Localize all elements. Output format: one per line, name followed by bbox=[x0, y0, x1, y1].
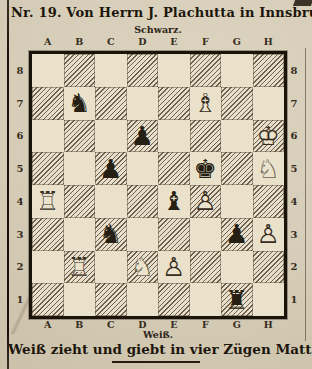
coord-label: A bbox=[32, 36, 64, 48]
printed-page: Nr. 19. Von Herrn J. Plachutta in Innsbr… bbox=[0, 0, 312, 369]
black-side-label: Schwarz. bbox=[30, 24, 286, 35]
square-h4 bbox=[253, 185, 285, 218]
stipulation-caption: Weiß zieht und giebt in vier Zügen Matt. bbox=[8, 341, 312, 357]
square-e4: ♝ bbox=[158, 185, 190, 218]
square-a8 bbox=[32, 54, 64, 87]
square-h7 bbox=[253, 87, 285, 120]
square-a7 bbox=[32, 87, 64, 120]
square-c5: ♟ bbox=[95, 152, 127, 185]
square-e8 bbox=[158, 54, 190, 87]
coord-label: E bbox=[158, 36, 190, 48]
white-side-label: Weiß. bbox=[30, 329, 286, 340]
coord-label: H bbox=[253, 36, 285, 48]
square-a3 bbox=[32, 218, 64, 251]
square-e2: ♟♙ bbox=[158, 251, 190, 284]
square-c8 bbox=[95, 54, 127, 87]
square-b7: ♞ bbox=[64, 87, 96, 120]
square-e7 bbox=[158, 87, 190, 120]
square-c7 bbox=[95, 87, 127, 120]
square-b6 bbox=[64, 120, 96, 153]
square-h5: ♞♘ bbox=[253, 152, 285, 185]
square-e5 bbox=[158, 152, 190, 185]
coord-label: 5 bbox=[14, 152, 26, 185]
square-a5 bbox=[32, 152, 64, 185]
square-f5: ♚ bbox=[190, 152, 222, 185]
square-f8 bbox=[190, 54, 222, 87]
square-d4 bbox=[127, 185, 159, 218]
coord-label: 4 bbox=[14, 185, 26, 218]
square-f7: ♝♗ bbox=[190, 87, 222, 120]
square-g2 bbox=[221, 251, 253, 284]
coord-label: 1 bbox=[288, 283, 300, 316]
coord-label: 7 bbox=[14, 87, 26, 120]
square-d1 bbox=[127, 283, 159, 316]
coord-label: 8 bbox=[288, 54, 300, 87]
piece-black-pawn: ♟ bbox=[99, 156, 122, 182]
coord-label: 7 bbox=[288, 87, 300, 120]
page-column-rule-left bbox=[7, 0, 9, 369]
square-b1 bbox=[64, 283, 96, 316]
square-d7 bbox=[127, 87, 159, 120]
coord-label: 8 bbox=[14, 54, 26, 87]
piece-black-bishop: ♝ bbox=[162, 188, 185, 214]
square-c4 bbox=[95, 185, 127, 218]
piece-black-rook: ♜ bbox=[225, 287, 248, 313]
square-g7 bbox=[221, 87, 253, 120]
square-g3: ♟ bbox=[221, 218, 253, 251]
coord-label: 6 bbox=[14, 120, 26, 153]
square-g4 bbox=[221, 185, 253, 218]
square-b2: ♜♖ bbox=[64, 251, 96, 284]
coord-label: 2 bbox=[288, 251, 300, 284]
square-g5 bbox=[221, 152, 253, 185]
piece-black-pawn: ♟ bbox=[225, 221, 248, 247]
coord-label: 4 bbox=[288, 185, 300, 218]
square-a4: ♜♖ bbox=[32, 185, 64, 218]
square-f2 bbox=[190, 251, 222, 284]
square-h8 bbox=[253, 54, 285, 87]
square-g1: ♜ bbox=[221, 283, 253, 316]
coord-label: C bbox=[95, 36, 127, 48]
piece-white-rook: ♖ bbox=[36, 188, 59, 214]
square-b8 bbox=[64, 54, 96, 87]
piece-black-knight: ♞ bbox=[99, 221, 122, 247]
coord-label: B bbox=[64, 36, 96, 48]
square-d6: ♟ bbox=[127, 120, 159, 153]
square-d2: ♞♘ bbox=[127, 251, 159, 284]
caption-divider bbox=[112, 361, 200, 363]
square-c6 bbox=[95, 120, 127, 153]
square-e3 bbox=[158, 218, 190, 251]
square-c3: ♞ bbox=[95, 218, 127, 251]
square-c2 bbox=[95, 251, 127, 284]
square-f3 bbox=[190, 218, 222, 251]
square-b4 bbox=[64, 185, 96, 218]
square-a6 bbox=[32, 120, 64, 153]
page-column-rule-right bbox=[305, 48, 306, 341]
piece-white-knight: ♘ bbox=[257, 156, 280, 182]
coord-label: 2 bbox=[14, 251, 26, 284]
piece-white-pawn: ♙ bbox=[162, 254, 185, 280]
square-h1 bbox=[253, 283, 285, 316]
square-d5 bbox=[127, 152, 159, 185]
square-a1 bbox=[32, 283, 64, 316]
rank-labels-right: 87654321 bbox=[288, 54, 300, 316]
square-f1 bbox=[190, 283, 222, 316]
piece-white-knight: ♘ bbox=[131, 254, 154, 280]
square-e1 bbox=[158, 283, 190, 316]
piece-white-pawn: ♙ bbox=[257, 221, 280, 247]
coord-label: D bbox=[127, 36, 159, 48]
coord-label: G bbox=[221, 36, 253, 48]
square-b5 bbox=[64, 152, 96, 185]
coord-label: 6 bbox=[288, 120, 300, 153]
chess-board: ♞♝♗♟♚♔♟♚♞♘♜♖♝♟♙♞♟♟♙♜♖♞♘♟♙♜ bbox=[29, 51, 287, 319]
square-b3 bbox=[64, 218, 96, 251]
square-h6: ♚♔ bbox=[253, 120, 285, 153]
square-f6 bbox=[190, 120, 222, 153]
coord-label: 1 bbox=[14, 283, 26, 316]
piece-black-knight: ♞ bbox=[68, 90, 91, 116]
square-g6 bbox=[221, 120, 253, 153]
piece-black-king: ♚ bbox=[194, 156, 217, 182]
square-d8 bbox=[127, 54, 159, 87]
piece-white-pawn: ♙ bbox=[194, 188, 217, 214]
coord-label: 3 bbox=[288, 218, 300, 251]
square-g8 bbox=[221, 54, 253, 87]
square-c1 bbox=[95, 283, 127, 316]
square-h2 bbox=[253, 251, 285, 284]
piece-white-king: ♔ bbox=[257, 123, 280, 149]
piece-white-bishop: ♗ bbox=[194, 90, 217, 116]
problem-title: Nr. 19. Von Herrn J. Plachutta in Innsbr… bbox=[11, 5, 311, 20]
square-d3 bbox=[127, 218, 159, 251]
piece-white-rook: ♖ bbox=[68, 254, 91, 280]
rank-labels-left: 87654321 bbox=[14, 54, 26, 316]
square-e6 bbox=[158, 120, 190, 153]
square-a2 bbox=[32, 251, 64, 284]
coord-label: 3 bbox=[14, 218, 26, 251]
square-h3: ♟♙ bbox=[253, 218, 285, 251]
square-f4: ♟♙ bbox=[190, 185, 222, 218]
coord-label: F bbox=[190, 36, 222, 48]
file-labels-top: ABCDEFGH bbox=[32, 36, 284, 48]
piece-black-pawn: ♟ bbox=[131, 123, 154, 149]
coord-label: 5 bbox=[288, 152, 300, 185]
